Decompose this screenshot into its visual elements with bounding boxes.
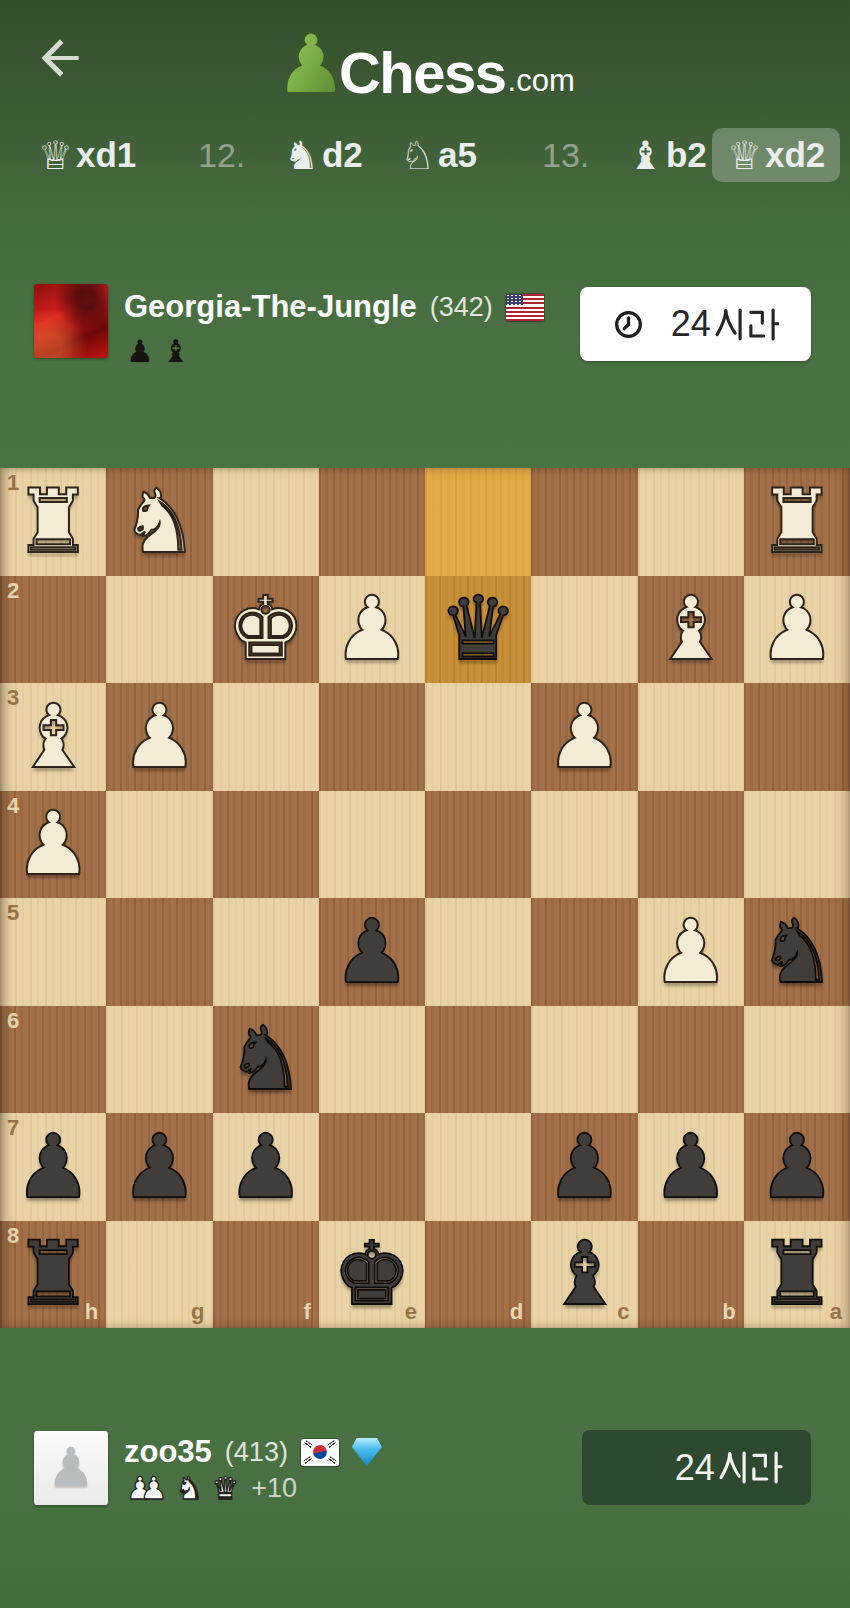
rank-label-5: 5 [7, 902, 19, 924]
kr-flag-icon [301, 1439, 339, 1466]
square-h3[interactable]: 3♝ [0, 683, 106, 791]
piece-wR-h1[interactable]: ♜ [0, 468, 106, 576]
clock-icon [612, 308, 645, 341]
piece-bQ-d2[interactable]: ♛ [425, 576, 531, 684]
piece-bP-f7[interactable]: ♟ [213, 1113, 319, 1221]
square-e6[interactable] [319, 1006, 425, 1114]
square-f2[interactable]: ♚ [213, 576, 319, 684]
square-g4[interactable] [106, 791, 212, 899]
move-text: 12. [198, 136, 245, 175]
piece-bN-f6[interactable]: ♞ [213, 1006, 319, 1114]
move-strip: ♕xd112.♞d2♘a513.♝b2♕xd2 [0, 126, 850, 184]
square-h4[interactable]: 4♟ [0, 791, 106, 899]
captured-piece: ♟ [126, 336, 154, 367]
top-player-avatar[interactable] [34, 284, 108, 358]
square-a8[interactable]: a♜ [744, 1221, 850, 1329]
diamond-membership-icon [352, 1438, 382, 1466]
piece-wP-g3[interactable]: ♟ [106, 683, 212, 791]
square-e8[interactable]: e♚ [319, 1221, 425, 1329]
move-piece-icon: ♝ [628, 133, 663, 178]
top-captured-pieces: ♟♝ [126, 336, 190, 367]
piece-wP-c3[interactable]: ♟ [531, 683, 637, 791]
square-g7[interactable]: ♟ [106, 1113, 212, 1221]
piece-wR-a1[interactable]: ♜ [744, 468, 850, 576]
move-text: 13. [542, 136, 589, 175]
square-f8[interactable]: f [213, 1221, 319, 1329]
logo-suffix-text: .com [508, 61, 575, 102]
square-d3[interactable] [425, 683, 531, 791]
logo-brand-text: Chess [339, 44, 506, 102]
square-f5[interactable] [213, 898, 319, 1006]
bottom-player-name: zoo35 [124, 1434, 212, 1470]
square-g8[interactable]: g [106, 1221, 212, 1329]
square-a7[interactable]: ♟ [744, 1113, 850, 1221]
move-piece-icon: ♞ [284, 133, 319, 178]
piece-bR-a8[interactable]: ♜ [744, 1221, 850, 1329]
square-b6[interactable] [638, 1006, 744, 1114]
square-c1[interactable] [531, 468, 637, 576]
piece-wP-h4[interactable]: ♟ [0, 791, 106, 899]
square-g3[interactable]: ♟ [106, 683, 212, 791]
material-advantage: +10 [251, 1473, 297, 1504]
piece-wK-f2[interactable]: ♚ [213, 576, 319, 684]
square-d6[interactable] [425, 1006, 531, 1114]
move-text: b2 [666, 135, 707, 175]
bottom-player-rating: (413) [225, 1437, 288, 1468]
piece-bP-c7[interactable]: ♟ [531, 1113, 637, 1221]
square-d8[interactable]: d [425, 1221, 531, 1329]
logo-pawn-icon: ♟ [275, 28, 347, 102]
rank-label-2: 2 [7, 580, 19, 602]
square-f4[interactable] [213, 791, 319, 899]
piece-wP-e2[interactable]: ♟ [319, 576, 425, 684]
square-e1[interactable] [319, 468, 425, 576]
square-a1[interactable]: ♜ [744, 468, 850, 576]
square-h1[interactable]: 1♜ [0, 468, 106, 576]
captured-piece: ♛ [211, 1473, 239, 1504]
rank-label-6: 6 [7, 1010, 19, 1032]
move-text: xd1 [76, 135, 136, 175]
move-xd1[interactable]: ♕xd1 [38, 126, 136, 184]
square-c2[interactable] [531, 576, 637, 684]
bottom-player-info[interactable]: zoo35 (413) [124, 1434, 382, 1470]
square-a4[interactable] [744, 791, 850, 899]
move-xd2-current[interactable]: ♕xd2 [712, 128, 840, 182]
move-piece-icon: ♘ [400, 133, 435, 178]
bottom-captured-pieces: ♟♟♞♛ [126, 1473, 239, 1504]
square-b8[interactable]: b [638, 1221, 744, 1329]
bottom-player-clock: 24 [582, 1430, 811, 1505]
move-text: xd2 [765, 135, 825, 175]
square-a6[interactable] [744, 1006, 850, 1114]
square-f7[interactable]: ♟ [213, 1113, 319, 1221]
move-piece-icon: ♕ [38, 133, 73, 178]
piece-bP-a7[interactable]: ♟ [744, 1113, 850, 1221]
file-label-f: f [303, 1301, 310, 1323]
square-f6[interactable]: ♞ [213, 1006, 319, 1114]
square-g5[interactable] [106, 898, 212, 1006]
move-b2[interactable]: ♝b2 [628, 126, 707, 184]
square-a2[interactable]: ♟ [744, 576, 850, 684]
captured-piece: ♞ [176, 1473, 204, 1504]
bottom-clock-text: 24 [675, 1447, 783, 1489]
square-f3[interactable] [213, 683, 319, 791]
top-captured-row: ♟♝ [126, 332, 190, 370]
top-player-name: Georgia-The-Jungle [124, 289, 417, 325]
captured-piece: ♝ [162, 336, 190, 367]
square-h6[interactable]: 6 [0, 1006, 106, 1114]
square-h8[interactable]: 8h♜ [0, 1221, 106, 1329]
piece-wB-b2[interactable]: ♝ [638, 576, 744, 684]
square-b1[interactable] [638, 468, 744, 576]
square-e5[interactable]: ♟ [319, 898, 425, 1006]
square-a3[interactable] [744, 683, 850, 791]
captured-piece: ♟ [140, 1473, 168, 1504]
square-c5[interactable] [531, 898, 637, 1006]
move-piece-icon: ♕ [727, 133, 762, 178]
app-screen: ♟ Chess .com ♕xd112.♞d2♘a513.♝b2♕xd2 Geo… [0, 0, 850, 1608]
square-e2[interactable]: ♟ [319, 576, 425, 684]
square-b2[interactable]: ♝ [638, 576, 744, 684]
top-clock-text: 24 [671, 303, 779, 345]
bottom-player-avatar[interactable]: ♟ [34, 1431, 108, 1505]
piece-bK-e8[interactable]: ♚ [319, 1221, 425, 1329]
top-player-clock: 24 [580, 287, 811, 361]
square-f1[interactable] [213, 468, 319, 576]
square-d7[interactable] [425, 1113, 531, 1221]
top-player-rating: (342) [430, 292, 493, 323]
square-h2[interactable]: 2 [0, 576, 106, 684]
square-b4[interactable] [638, 791, 744, 899]
square-e7[interactable] [319, 1113, 425, 1221]
clock-digits: 24 [671, 303, 711, 345]
square-d4[interactable] [425, 791, 531, 899]
square-g6[interactable] [106, 1006, 212, 1114]
piece-wP-a2[interactable]: ♟ [744, 576, 850, 684]
square-e3[interactable] [319, 683, 425, 791]
square-d1[interactable] [425, 468, 531, 576]
square-c3[interactable]: ♟ [531, 683, 637, 791]
square-d2[interactable]: ♛ [425, 576, 531, 684]
top-player-info[interactable]: Georgia-The-Jungle (342) [124, 289, 544, 325]
file-label-b: b [722, 1301, 735, 1323]
file-label-g: g [191, 1301, 204, 1323]
chess-board: 1♜♞♜2♚♟♛♝♟3♝♟♟4♟5♟♟♞6♞7♟♟♟♟♟♟8h♜gfe♚dc♝b… [0, 468, 850, 1328]
square-g2[interactable] [106, 576, 212, 684]
piece-bP-e5[interactable]: ♟ [319, 898, 425, 1006]
move-text: a5 [438, 135, 477, 175]
move-number-12: 12. [198, 126, 245, 184]
piece-wP-b5[interactable]: ♟ [638, 898, 744, 1006]
square-d5[interactable] [425, 898, 531, 1006]
square-e4[interactable] [319, 791, 425, 899]
piece-bP-h7[interactable]: ♟ [0, 1113, 106, 1221]
piece-bN-a5[interactable]: ♞ [744, 898, 850, 1006]
square-c7[interactable]: ♟ [531, 1113, 637, 1221]
move-text: d2 [322, 135, 363, 175]
chesscom-logo: ♟ Chess .com [0, 18, 850, 102]
clock-digits: 24 [675, 1447, 715, 1489]
piece-bB-c8[interactable]: ♝ [531, 1221, 637, 1329]
default-avatar-pawn-icon: ♟ [47, 1441, 95, 1495]
bottom-captured-row: ♟♟♞♛ +10 [126, 1468, 297, 1508]
file-label-d: d [510, 1301, 523, 1323]
square-b5[interactable]: ♟ [638, 898, 744, 1006]
square-c6[interactable] [531, 1006, 637, 1114]
square-c4[interactable] [531, 791, 637, 899]
square-b7[interactable]: ♟ [638, 1113, 744, 1221]
move-d2[interactable]: ♞d2 [284, 126, 363, 184]
square-h5[interactable]: 5 [0, 898, 106, 1006]
square-g1[interactable]: ♞ [106, 468, 212, 576]
square-a5[interactable]: ♞ [744, 898, 850, 1006]
move-number-13: 13. [542, 126, 589, 184]
piece-bP-b7[interactable]: ♟ [638, 1113, 744, 1221]
piece-wN-g1[interactable]: ♞ [106, 468, 212, 576]
square-h7[interactable]: 7♟ [0, 1113, 106, 1221]
move-a5[interactable]: ♘a5 [400, 126, 477, 184]
piece-bR-h8[interactable]: ♜ [0, 1221, 106, 1329]
piece-wB-h3[interactable]: ♝ [0, 683, 106, 791]
piece-bP-g7[interactable]: ♟ [106, 1113, 212, 1221]
us-flag-icon [506, 294, 544, 321]
square-c8[interactable]: c♝ [531, 1221, 637, 1329]
square-b3[interactable] [638, 683, 744, 791]
